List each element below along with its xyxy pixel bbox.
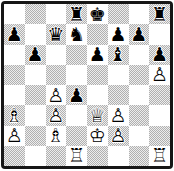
square-f6[interactable]: ♝ <box>108 45 129 65</box>
square-f1[interactable] <box>108 146 129 166</box>
piece-white-pawn: ♙ <box>151 65 168 84</box>
piece-white-pawn: ♙ <box>47 106 64 125</box>
piece-white-pawn-fill: ♟ <box>6 126 23 145</box>
piece-black-pawn: ♟ <box>110 25 127 44</box>
square-e5[interactable] <box>87 65 108 85</box>
square-b4[interactable] <box>25 85 46 105</box>
square-f4[interactable] <box>108 85 129 105</box>
piece-white-bishop-fill: ♝ <box>47 126 64 145</box>
square-a6[interactable] <box>4 45 25 65</box>
square-f3[interactable]: ♟♙ <box>108 105 129 125</box>
square-a2[interactable]: ♟♙ <box>4 126 25 146</box>
square-e4[interactable] <box>87 85 108 105</box>
square-d4[interactable]: ♟ <box>66 85 87 105</box>
square-f8[interactable] <box>108 4 129 24</box>
square-d7[interactable]: ♞ <box>66 24 87 44</box>
chess-board: ♜♚♜♟♛♞♟♟♟♟♝♟♟♙♟♙♟♝♗♟♙♛♕♟♙♟♙♝♗♚♔♟♙♜♖♜♖ <box>4 4 170 166</box>
piece-white-pawn-fill: ♟ <box>110 126 127 145</box>
square-h7[interactable] <box>149 24 170 44</box>
square-b7[interactable] <box>25 24 46 44</box>
piece-black-king: ♚ <box>89 5 106 24</box>
piece-white-king-fill: ♚ <box>89 126 106 145</box>
piece-white-pawn-fill: ♟ <box>110 106 127 125</box>
square-c2[interactable]: ♝♗ <box>46 126 67 146</box>
square-e6[interactable]: ♟ <box>87 45 108 65</box>
square-g4[interactable] <box>129 85 150 105</box>
square-a8[interactable] <box>4 4 25 24</box>
square-b5[interactable] <box>25 65 46 85</box>
piece-white-pawn: ♙ <box>47 86 64 105</box>
piece-white-bishop-fill: ♝ <box>6 106 23 125</box>
square-e7[interactable] <box>87 24 108 44</box>
square-f2[interactable]: ♟♙ <box>108 126 129 146</box>
square-a4[interactable] <box>4 85 25 105</box>
board-frame: ♜♚♜♟♛♞♟♟♟♟♝♟♟♙♟♙♟♝♗♟♙♛♕♟♙♟♙♝♗♚♔♟♙♜♖♜♖ <box>1 1 173 169</box>
square-g1[interactable] <box>129 146 150 166</box>
square-a7[interactable]: ♟ <box>4 24 25 44</box>
piece-black-knight: ♞ <box>68 25 85 44</box>
piece-black-bishop: ♝ <box>110 45 127 64</box>
piece-white-bishop: ♗ <box>6 106 23 125</box>
piece-white-pawn: ♙ <box>6 126 23 145</box>
piece-black-rook: ♜ <box>151 5 168 24</box>
piece-white-pawn-fill: ♟ <box>151 65 168 84</box>
square-h3[interactable] <box>149 105 170 125</box>
piece-white-bishop: ♗ <box>47 126 64 145</box>
piece-white-king: ♔ <box>89 126 106 145</box>
piece-black-pawn: ♟ <box>27 45 44 64</box>
square-c5[interactable] <box>46 65 67 85</box>
piece-white-queen: ♕ <box>89 106 106 125</box>
square-g3[interactable] <box>129 105 150 125</box>
square-g7[interactable]: ♟ <box>129 24 150 44</box>
square-e2[interactable]: ♚♔ <box>87 126 108 146</box>
square-g8[interactable] <box>129 4 150 24</box>
square-h4[interactable] <box>149 85 170 105</box>
square-a1[interactable] <box>4 146 25 166</box>
square-h5[interactable]: ♟♙ <box>149 65 170 85</box>
square-f5[interactable] <box>108 65 129 85</box>
square-e3[interactable]: ♛♕ <box>87 105 108 125</box>
square-d6[interactable] <box>66 45 87 65</box>
square-g6[interactable] <box>129 45 150 65</box>
piece-black-rook: ♜ <box>68 5 85 24</box>
square-d2[interactable] <box>66 126 87 146</box>
piece-white-rook: ♖ <box>68 146 85 165</box>
square-h1[interactable]: ♜♖ <box>149 146 170 166</box>
square-h8[interactable]: ♜ <box>149 4 170 24</box>
piece-white-pawn: ♙ <box>110 126 127 145</box>
piece-black-pawn: ♟ <box>89 45 106 64</box>
square-d1[interactable]: ♜♖ <box>66 146 87 166</box>
square-b2[interactable] <box>25 126 46 146</box>
piece-white-rook-fill: ♜ <box>151 146 168 165</box>
piece-white-rook: ♖ <box>151 146 168 165</box>
square-d8[interactable]: ♜ <box>66 4 87 24</box>
square-h6[interactable]: ♟ <box>149 45 170 65</box>
piece-black-pawn: ♟ <box>130 25 147 44</box>
square-b6[interactable]: ♟ <box>25 45 46 65</box>
square-b1[interactable] <box>25 146 46 166</box>
piece-white-pawn-fill: ♟ <box>47 106 64 125</box>
square-c1[interactable] <box>46 146 67 166</box>
piece-white-queen-fill: ♛ <box>89 106 106 125</box>
square-g2[interactable] <box>129 126 150 146</box>
square-c8[interactable] <box>46 4 67 24</box>
square-c3[interactable]: ♟♙ <box>46 105 67 125</box>
square-c6[interactable] <box>46 45 67 65</box>
square-b8[interactable] <box>25 4 46 24</box>
square-e1[interactable] <box>87 146 108 166</box>
square-a5[interactable] <box>4 65 25 85</box>
square-c7[interactable]: ♛ <box>46 24 67 44</box>
piece-white-pawn-fill: ♟ <box>47 86 64 105</box>
piece-black-queen: ♛ <box>47 25 64 44</box>
square-e8[interactable]: ♚ <box>87 4 108 24</box>
square-a3[interactable]: ♝♗ <box>4 105 25 125</box>
square-h2[interactable] <box>149 126 170 146</box>
square-c4[interactable]: ♟♙ <box>46 85 67 105</box>
chess-diagram: ♜♚♜♟♛♞♟♟♟♟♝♟♟♙♟♙♟♝♗♟♙♛♕♟♙♟♙♝♗♚♔♟♙♜♖♜♖ <box>0 0 174 171</box>
square-f7[interactable]: ♟ <box>108 24 129 44</box>
piece-white-pawn: ♙ <box>110 106 127 125</box>
square-d3[interactable] <box>66 105 87 125</box>
piece-white-rook-fill: ♜ <box>68 146 85 165</box>
square-g5[interactable] <box>129 65 150 85</box>
square-d5[interactable] <box>66 65 87 85</box>
piece-black-pawn: ♟ <box>6 25 23 44</box>
piece-black-pawn: ♟ <box>151 45 168 64</box>
square-b3[interactable] <box>25 105 46 125</box>
piece-black-pawn: ♟ <box>68 86 85 105</box>
